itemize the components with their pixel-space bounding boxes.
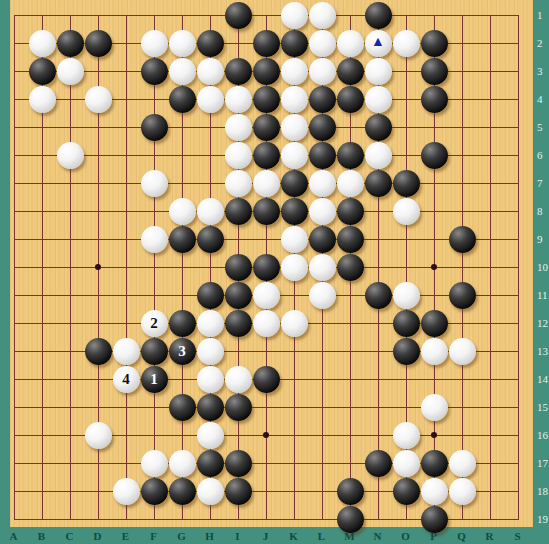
hoshi-point [263,432,269,438]
black-stone[interactable] [225,254,252,281]
row-label: 12 [537,317,548,329]
row-label: 11 [537,289,548,301]
column-label: D [94,530,102,542]
white-stone[interactable] [281,114,308,141]
black-stone[interactable] [169,226,196,253]
white-stone[interactable] [281,226,308,253]
black-stone[interactable] [225,58,252,85]
row-label: 2 [537,37,543,49]
white-stone[interactable] [141,30,168,57]
black-stone[interactable] [169,338,196,365]
black-stone[interactable] [225,2,252,29]
white-stone[interactable] [197,338,224,365]
white-stone[interactable] [197,422,224,449]
column-label: E [122,530,129,542]
row-label: 7 [537,177,543,189]
white-stone[interactable] [309,282,336,309]
white-stone[interactable] [253,282,280,309]
black-stone[interactable] [365,282,392,309]
black-stone[interactable] [421,86,448,113]
white-stone[interactable] [309,2,336,29]
white-stone[interactable] [337,170,364,197]
column-label: L [318,530,325,542]
grid-line-vertical [518,15,519,519]
white-stone[interactable] [197,366,224,393]
black-stone[interactable] [197,450,224,477]
white-stone[interactable] [197,198,224,225]
column-label: H [205,530,214,542]
white-stone[interactable] [169,30,196,57]
black-stone[interactable] [337,58,364,85]
white-stone[interactable] [141,226,168,253]
white-stone[interactable] [253,170,280,197]
white-stone[interactable] [281,142,308,169]
black-stone[interactable] [141,114,168,141]
black-stone[interactable] [225,282,252,309]
black-stone[interactable] [197,282,224,309]
white-stone[interactable] [113,366,140,393]
white-stone[interactable] [393,30,420,57]
row-label: 4 [537,93,543,105]
column-label: P [430,530,437,542]
black-stone[interactable] [197,30,224,57]
column-label: J [263,530,269,542]
white-stone[interactable] [281,254,308,281]
black-stone[interactable] [337,86,364,113]
white-stone[interactable] [253,310,280,337]
black-stone[interactable] [337,254,364,281]
black-stone[interactable] [281,170,308,197]
black-stone[interactable] [421,506,448,533]
black-stone[interactable] [141,338,168,365]
white-stone[interactable] [141,450,168,477]
white-stone[interactable] [225,366,252,393]
white-stone[interactable] [169,450,196,477]
black-stone[interactable] [225,198,252,225]
black-stone[interactable] [393,338,420,365]
black-stone[interactable] [225,478,252,505]
black-stone[interactable] [281,198,308,225]
white-stone[interactable] [393,422,420,449]
white-stone[interactable] [197,86,224,113]
white-stone[interactable] [113,338,140,365]
column-label: R [486,530,494,542]
black-stone[interactable] [421,58,448,85]
row-label: 18 [537,485,548,497]
row-label: 13 [537,345,548,357]
black-stone[interactable] [169,478,196,505]
white-stone[interactable] [225,86,252,113]
white-stone[interactable] [197,310,224,337]
black-stone[interactable] [449,226,476,253]
row-label: 17 [537,457,548,469]
column-label: S [514,530,520,542]
black-stone[interactable] [281,30,308,57]
black-stone[interactable] [169,394,196,421]
black-stone[interactable] [169,86,196,113]
black-stone[interactable] [309,86,336,113]
row-label: 5 [537,121,543,133]
black-stone[interactable] [309,142,336,169]
white-stone[interactable] [337,30,364,57]
white-stone[interactable] [281,2,308,29]
white-stone[interactable] [421,338,448,365]
white-stone[interactable] [169,198,196,225]
white-stone[interactable] [309,170,336,197]
black-stone[interactable] [253,114,280,141]
white-stone[interactable] [421,394,448,421]
black-stone[interactable] [197,226,224,253]
white-stone[interactable] [281,310,308,337]
row-label: 9 [537,233,543,245]
white-stone[interactable] [85,86,112,113]
black-stone[interactable] [393,478,420,505]
column-label: I [235,530,239,542]
column-label: C [66,530,74,542]
white-stone[interactable] [393,450,420,477]
black-stone[interactable] [225,394,252,421]
hoshi-point [431,432,437,438]
white-stone[interactable] [141,310,168,337]
black-stone[interactable] [253,58,280,85]
black-stone[interactable] [141,366,168,393]
white-stone[interactable] [449,450,476,477]
black-stone[interactable] [253,198,280,225]
column-label: A [10,530,18,542]
column-label: N [374,530,382,542]
white-stone[interactable] [365,58,392,85]
black-stone[interactable] [421,450,448,477]
black-stone[interactable] [421,30,448,57]
black-stone[interactable] [141,478,168,505]
row-label: 3 [537,65,543,77]
grid-line-vertical [490,15,491,519]
black-stone[interactable] [225,310,252,337]
go-board[interactable]: ▲2341 [10,0,533,527]
white-stone[interactable] [309,58,336,85]
black-stone[interactable] [337,478,364,505]
row-label: 10 [537,261,548,273]
black-stone[interactable] [365,170,392,197]
white-stone[interactable] [309,30,336,57]
white-stone[interactable] [57,142,84,169]
white-stone[interactable] [225,142,252,169]
row-label: 16 [537,429,548,441]
black-stone[interactable] [337,198,364,225]
white-stone[interactable] [449,478,476,505]
black-stone[interactable] [85,30,112,57]
black-stone[interactable] [225,450,252,477]
white-stone[interactable] [309,254,336,281]
row-label: 19 [537,513,548,525]
row-label: 1 [537,9,543,21]
white-stone[interactable] [365,142,392,169]
black-stone[interactable] [449,282,476,309]
column-label: B [38,530,45,542]
row-label: 8 [537,205,543,217]
white-stone[interactable] [113,478,140,505]
grid-line-vertical [462,15,463,519]
column-label: O [401,530,410,542]
black-stone[interactable] [197,394,224,421]
white-stone[interactable] [421,478,448,505]
black-stone[interactable] [309,114,336,141]
white-stone[interactable] [57,58,84,85]
row-label: 14 [537,373,548,385]
white-stone[interactable] [197,478,224,505]
white-stone[interactable] [393,198,420,225]
black-stone[interactable] [421,310,448,337]
white-stone[interactable] [29,30,56,57]
white-stone[interactable] [169,58,196,85]
white-stone[interactable] [197,58,224,85]
black-stone[interactable] [365,114,392,141]
white-stone[interactable] [281,86,308,113]
black-stone[interactable] [141,58,168,85]
row-label: 15 [537,401,548,413]
row-label: 6 [537,149,543,161]
black-stone[interactable] [253,86,280,113]
black-stone[interactable] [365,450,392,477]
white-stone[interactable] [225,114,252,141]
white-stone[interactable] [225,170,252,197]
go-game-window: ▲2341 ABCDEFGHIJKLMNOPQRS123456789101112… [0,0,549,544]
white-stone[interactable] [309,198,336,225]
black-stone[interactable] [85,338,112,365]
black-stone[interactable] [365,2,392,29]
white-stone[interactable] [449,338,476,365]
column-label: M [344,530,354,542]
white-stone[interactable] [281,58,308,85]
column-label: K [289,530,298,542]
white-stone[interactable] [29,86,56,113]
column-label: F [150,530,157,542]
column-label: G [177,530,186,542]
white-stone[interactable] [393,282,420,309]
black-stone[interactable] [337,506,364,533]
black-stone[interactable] [253,30,280,57]
black-stone[interactable] [393,170,420,197]
black-stone[interactable] [253,254,280,281]
black-stone[interactable] [337,226,364,253]
white-stone[interactable] [141,170,168,197]
black-stone[interactable] [337,142,364,169]
black-stone[interactable] [309,226,336,253]
black-stone[interactable] [393,310,420,337]
black-stone[interactable] [421,142,448,169]
black-stone[interactable] [57,30,84,57]
white-stone[interactable] [85,422,112,449]
white-stone[interactable] [365,86,392,113]
black-stone[interactable] [253,366,280,393]
black-stone[interactable] [169,310,196,337]
column-label: Q [457,530,466,542]
black-stone[interactable] [29,58,56,85]
hoshi-point [95,264,101,270]
white-stone[interactable] [365,30,392,57]
hoshi-point [431,264,437,270]
black-stone[interactable] [253,142,280,169]
